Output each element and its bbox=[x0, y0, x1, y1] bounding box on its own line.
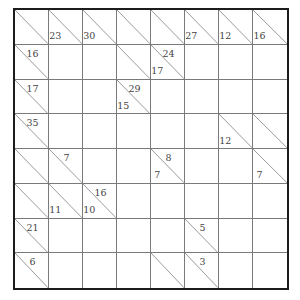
clue-cell-r6c3: 1610 bbox=[83, 184, 117, 219]
down-clue: 12 bbox=[219, 136, 231, 146]
across-clue: 21 bbox=[26, 223, 38, 233]
entry-cell-r3c3[interactable] bbox=[83, 80, 117, 115]
across-clue: 35 bbox=[26, 118, 38, 128]
clue-cell-r3c4: 2915 bbox=[117, 80, 151, 115]
clue-cell-r1c6: 27 bbox=[185, 10, 219, 45]
down-clue: 17 bbox=[151, 66, 163, 76]
entry-cell-r7c5[interactable] bbox=[151, 219, 185, 254]
diagonal-line bbox=[15, 10, 48, 44]
across-clue: 16 bbox=[26, 49, 38, 59]
entry-cell-r5c6[interactable] bbox=[185, 149, 219, 184]
across-clue: 8 bbox=[165, 153, 171, 163]
clue-cell-r4c1: 35 bbox=[15, 114, 49, 149]
entry-cell-r4c2[interactable] bbox=[49, 114, 83, 149]
entry-cell-r7c8[interactable] bbox=[253, 219, 287, 254]
across-clue: 24 bbox=[162, 49, 174, 59]
entry-cell-r2c3[interactable] bbox=[83, 45, 117, 80]
diagonal-line bbox=[15, 184, 48, 218]
entry-cell-r6c8[interactable] bbox=[253, 184, 287, 219]
clue-cell-r5c8: 7 bbox=[253, 149, 287, 184]
entry-cell-r8c4[interactable] bbox=[117, 253, 151, 288]
entry-cell-r4c4[interactable] bbox=[117, 114, 151, 149]
entry-cell-r7c3[interactable] bbox=[83, 219, 117, 254]
clue-cell-r5c5: 87 bbox=[151, 149, 185, 184]
clue-cell-r2c4 bbox=[117, 45, 151, 80]
clue-cell-r1c7: 12 bbox=[219, 10, 253, 45]
clue-cell-r1c5 bbox=[151, 10, 185, 45]
clue-cell-r6c1 bbox=[15, 184, 49, 219]
clue-cell-r2c1: 16 bbox=[15, 45, 49, 80]
clue-cell-r5c1 bbox=[15, 149, 49, 184]
down-clue: 10 bbox=[83, 205, 95, 215]
entry-cell-r8c2[interactable] bbox=[49, 253, 83, 288]
entry-cell-r2c6[interactable] bbox=[185, 45, 219, 80]
clue-cell-r6c2: 11 bbox=[49, 184, 83, 219]
entry-cell-r7c7[interactable] bbox=[219, 219, 253, 254]
diagonal-line bbox=[117, 45, 150, 79]
across-clue: 29 bbox=[128, 84, 140, 94]
clue-cell-r4c8 bbox=[253, 114, 287, 149]
entry-cell-r2c2[interactable] bbox=[49, 45, 83, 80]
entry-cell-r5c3[interactable] bbox=[83, 149, 117, 184]
diagonal-line bbox=[151, 253, 184, 288]
clue-cell-r7c1: 21 bbox=[15, 219, 49, 254]
clue-cell-r2c5: 2417 bbox=[151, 45, 185, 80]
kakuro-board: 2330271216162417172915351278771116102156… bbox=[13, 8, 289, 290]
entry-cell-r2c7[interactable] bbox=[219, 45, 253, 80]
entry-cell-r8c3[interactable] bbox=[83, 253, 117, 288]
down-clue: 15 bbox=[117, 101, 129, 111]
across-clue: 7 bbox=[63, 153, 69, 163]
entry-cell-r3c5[interactable] bbox=[151, 80, 185, 115]
diagonal-line bbox=[151, 10, 184, 44]
entry-cell-r3c2[interactable] bbox=[49, 80, 83, 115]
entry-cell-r6c6[interactable] bbox=[185, 184, 219, 219]
down-clue: 12 bbox=[219, 31, 231, 41]
entry-cell-r6c7[interactable] bbox=[219, 184, 253, 219]
entry-cell-r3c7[interactable] bbox=[219, 80, 253, 115]
entry-cell-r3c6[interactable] bbox=[185, 80, 219, 115]
diagonal-line bbox=[117, 10, 150, 44]
clue-cell-r1c3: 30 bbox=[83, 10, 117, 45]
entry-cell-r6c5[interactable] bbox=[151, 184, 185, 219]
entry-cell-r5c4[interactable] bbox=[117, 149, 151, 184]
across-clue: 5 bbox=[199, 223, 205, 233]
entry-cell-r7c2[interactable] bbox=[49, 219, 83, 254]
down-clue: 23 bbox=[49, 31, 61, 41]
clue-cell-r8c6: 3 bbox=[185, 253, 219, 288]
entry-cell-r2c8[interactable] bbox=[253, 45, 287, 80]
entry-cell-r4c6[interactable] bbox=[185, 114, 219, 149]
across-clue: 3 bbox=[199, 257, 205, 267]
across-clue: 17 bbox=[26, 84, 38, 94]
clue-cell-r8c5 bbox=[151, 253, 185, 288]
down-clue: 16 bbox=[253, 31, 265, 41]
down-clue: 7 bbox=[256, 170, 262, 180]
entry-cell-r5c7[interactable] bbox=[219, 149, 253, 184]
entry-cell-r4c3[interactable] bbox=[83, 114, 117, 149]
clue-cell-r3c1: 17 bbox=[15, 80, 49, 115]
clue-cell-r1c4 bbox=[117, 10, 151, 45]
clue-cell-r7c6: 5 bbox=[185, 219, 219, 254]
diagonal-line bbox=[253, 114, 287, 148]
entry-cell-r8c7[interactable] bbox=[219, 253, 253, 288]
clue-cell-r8c1: 6 bbox=[15, 253, 49, 288]
clue-cell-r1c8: 16 bbox=[253, 10, 287, 45]
down-clue: 7 bbox=[154, 170, 160, 180]
down-clue: 27 bbox=[185, 31, 197, 41]
entry-cell-r7c4[interactable] bbox=[117, 219, 151, 254]
entry-cell-r4c5[interactable] bbox=[151, 114, 185, 149]
down-clue: 30 bbox=[83, 31, 95, 41]
down-clue: 11 bbox=[49, 205, 61, 215]
clue-cell-r1c1 bbox=[15, 10, 49, 45]
entry-cell-r6c4[interactable] bbox=[117, 184, 151, 219]
diagonal-line bbox=[15, 149, 48, 183]
clue-cell-r1c2: 23 bbox=[49, 10, 83, 45]
clue-cell-r5c2: 7 bbox=[49, 149, 83, 184]
entry-cell-r8c8[interactable] bbox=[253, 253, 287, 288]
across-clue: 6 bbox=[29, 257, 35, 267]
entry-cell-r3c8[interactable] bbox=[253, 80, 287, 115]
clue-cell-r4c7: 12 bbox=[219, 114, 253, 149]
across-clue: 16 bbox=[94, 188, 106, 198]
